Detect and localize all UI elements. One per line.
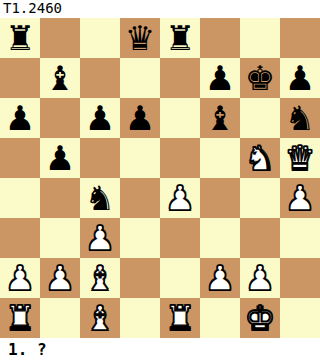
square-f8[interactable]	[200, 18, 240, 58]
square-b1[interactable]	[40, 298, 80, 338]
square-b6[interactable]	[40, 98, 80, 138]
square-d2[interactable]	[120, 258, 160, 298]
square-e2[interactable]	[160, 258, 200, 298]
square-h8[interactable]	[280, 18, 320, 58]
square-a4[interactable]	[0, 178, 40, 218]
square-b5[interactable]: ♟	[40, 138, 80, 178]
square-h6[interactable]: ♞	[280, 98, 320, 138]
piece-white-pawn[interactable]: ♟	[85, 218, 115, 258]
square-c4[interactable]: ♞	[80, 178, 120, 218]
square-g6[interactable]	[240, 98, 280, 138]
square-g4[interactable]	[240, 178, 280, 218]
square-b7[interactable]: ♝	[40, 58, 80, 98]
piece-black-pawn[interactable]: ♟	[5, 98, 35, 138]
square-d7[interactable]	[120, 58, 160, 98]
piece-black-bishop[interactable]: ♝	[205, 98, 235, 138]
square-c6[interactable]: ♟	[80, 98, 120, 138]
square-a1[interactable]: ♜	[0, 298, 40, 338]
square-e5[interactable]	[160, 138, 200, 178]
square-f7[interactable]: ♟	[200, 58, 240, 98]
square-e4[interactable]: ♟	[160, 178, 200, 218]
square-d4[interactable]	[120, 178, 160, 218]
piece-white-pawn[interactable]: ♟	[285, 178, 315, 218]
piece-black-rook[interactable]: ♜	[165, 18, 195, 58]
square-d3[interactable]	[120, 218, 160, 258]
square-f3[interactable]	[200, 218, 240, 258]
chess-board: ♜♛♜♝♟♚♟♟♟♟♝♞♟♞♛♞♟♟♟♟♟♝♟♟♜♝♜♚	[0, 18, 320, 338]
piece-white-rook[interactable]: ♜	[165, 298, 195, 338]
piece-white-king[interactable]: ♚	[245, 298, 275, 338]
square-c3[interactable]: ♟	[80, 218, 120, 258]
square-f4[interactable]	[200, 178, 240, 218]
square-g3[interactable]	[240, 218, 280, 258]
square-d6[interactable]: ♟	[120, 98, 160, 138]
square-b8[interactable]	[40, 18, 80, 58]
piece-white-bishop[interactable]: ♝	[85, 298, 115, 338]
move-prompt: 1. ?	[0, 338, 320, 360]
square-d5[interactable]	[120, 138, 160, 178]
square-e3[interactable]	[160, 218, 200, 258]
piece-black-knight[interactable]: ♞	[285, 98, 315, 138]
piece-white-bishop[interactable]: ♝	[85, 258, 115, 298]
square-a6[interactable]: ♟	[0, 98, 40, 138]
square-g8[interactable]	[240, 18, 280, 58]
piece-white-pawn[interactable]: ♟	[245, 258, 275, 298]
piece-black-pawn[interactable]: ♟	[125, 98, 155, 138]
square-a5[interactable]	[0, 138, 40, 178]
square-c5[interactable]	[80, 138, 120, 178]
square-a3[interactable]	[0, 218, 40, 258]
square-h4[interactable]: ♟	[280, 178, 320, 218]
square-h3[interactable]	[280, 218, 320, 258]
square-h2[interactable]	[280, 258, 320, 298]
piece-white-pawn[interactable]: ♟	[5, 258, 35, 298]
square-g5[interactable]: ♞	[240, 138, 280, 178]
piece-black-king[interactable]: ♚	[245, 58, 275, 98]
square-c7[interactable]	[80, 58, 120, 98]
square-h7[interactable]: ♟	[280, 58, 320, 98]
square-c8[interactable]	[80, 18, 120, 58]
square-a2[interactable]: ♟	[0, 258, 40, 298]
square-c2[interactable]: ♝	[80, 258, 120, 298]
square-e1[interactable]: ♜	[160, 298, 200, 338]
square-f5[interactable]	[200, 138, 240, 178]
square-f2[interactable]: ♟	[200, 258, 240, 298]
piece-black-pawn[interactable]: ♟	[285, 58, 315, 98]
piece-black-bishop[interactable]: ♝	[45, 58, 75, 98]
piece-white-rook[interactable]: ♜	[5, 298, 35, 338]
square-h1[interactable]	[280, 298, 320, 338]
piece-black-pawn[interactable]: ♟	[205, 58, 235, 98]
piece-white-knight[interactable]: ♞	[245, 138, 275, 178]
piece-black-pawn[interactable]: ♟	[45, 138, 75, 178]
piece-white-pawn[interactable]: ♟	[165, 178, 195, 218]
puzzle-title: T1.2460	[0, 0, 320, 18]
piece-white-pawn[interactable]: ♟	[45, 258, 75, 298]
square-h5[interactable]: ♛	[280, 138, 320, 178]
piece-black-pawn[interactable]: ♟	[85, 98, 115, 138]
square-d1[interactable]	[120, 298, 160, 338]
piece-white-queen[interactable]: ♛	[285, 138, 315, 178]
piece-black-queen[interactable]: ♛	[125, 18, 155, 58]
piece-white-pawn[interactable]: ♟	[205, 258, 235, 298]
square-g1[interactable]: ♚	[240, 298, 280, 338]
square-e6[interactable]	[160, 98, 200, 138]
square-e7[interactable]	[160, 58, 200, 98]
square-f1[interactable]	[200, 298, 240, 338]
square-d8[interactable]: ♛	[120, 18, 160, 58]
square-a7[interactable]	[0, 58, 40, 98]
chess-puzzle-window: T1.2460 ♜♛♜♝♟♚♟♟♟♟♝♞♟♞♛♞♟♟♟♟♟♝♟♟♜♝♜♚ 1. …	[0, 0, 320, 360]
square-e8[interactable]: ♜	[160, 18, 200, 58]
square-b3[interactable]	[40, 218, 80, 258]
piece-black-knight[interactable]: ♞	[85, 178, 115, 218]
square-g2[interactable]: ♟	[240, 258, 280, 298]
square-f6[interactable]: ♝	[200, 98, 240, 138]
square-b4[interactable]	[40, 178, 80, 218]
square-a8[interactable]: ♜	[0, 18, 40, 58]
square-c1[interactable]: ♝	[80, 298, 120, 338]
piece-black-rook[interactable]: ♜	[5, 18, 35, 58]
square-g7[interactable]: ♚	[240, 58, 280, 98]
square-b2[interactable]: ♟	[40, 258, 80, 298]
